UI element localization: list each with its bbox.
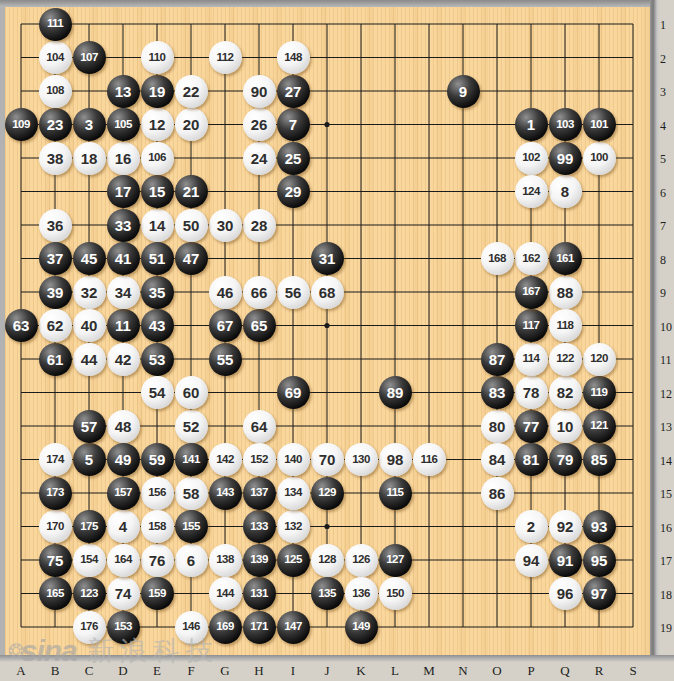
stone-O11[interactable]: 87 bbox=[481, 343, 514, 376]
stone-B15[interactable]: 173 bbox=[39, 477, 72, 510]
row-label-5: 5 bbox=[660, 152, 666, 167]
stone-H19[interactable]: 171 bbox=[243, 611, 276, 644]
stone-E5[interactable]: 106 bbox=[141, 142, 174, 175]
stone-B1[interactable]: 111 bbox=[39, 8, 72, 41]
window-chrome-right bbox=[650, 0, 674, 681]
stone-D17[interactable]: 164 bbox=[107, 544, 140, 577]
stone-R5[interactable]: 100 bbox=[583, 142, 616, 175]
col-label-G: G bbox=[220, 663, 229, 679]
stone-F3[interactable]: 22 bbox=[175, 75, 208, 108]
stone-Q17[interactable]: 91 bbox=[549, 544, 582, 577]
row-label-16: 16 bbox=[660, 520, 672, 535]
row-label-7: 7 bbox=[660, 219, 666, 234]
stone-J8[interactable]: 31 bbox=[311, 242, 344, 275]
stone-K17[interactable]: 126 bbox=[345, 544, 378, 577]
stone-G10[interactable]: 67 bbox=[209, 309, 242, 342]
stone-N3[interactable]: 9 bbox=[447, 75, 480, 108]
stone-P16[interactable]: 2 bbox=[515, 510, 548, 543]
stone-I12[interactable]: 69 bbox=[277, 376, 310, 409]
stone-O14[interactable]: 84 bbox=[481, 443, 514, 476]
stone-G17[interactable]: 138 bbox=[209, 544, 242, 577]
stone-E3[interactable]: 19 bbox=[141, 75, 174, 108]
row-label-8: 8 bbox=[660, 252, 666, 267]
stone-C10[interactable]: 40 bbox=[73, 309, 106, 342]
stone-G9[interactable]: 46 bbox=[209, 276, 242, 309]
stone-B17[interactable]: 75 bbox=[39, 544, 72, 577]
stone-L18[interactable]: 150 bbox=[379, 577, 412, 610]
stone-C11[interactable]: 44 bbox=[73, 343, 106, 376]
col-label-L: L bbox=[391, 663, 399, 679]
stone-I3[interactable]: 27 bbox=[277, 75, 310, 108]
stone-Q9[interactable]: 88 bbox=[549, 276, 582, 309]
stone-B8[interactable]: 37 bbox=[39, 242, 72, 275]
stone-B14[interactable]: 174 bbox=[39, 443, 72, 476]
stone-B5[interactable]: 38 bbox=[39, 142, 72, 175]
stone-H16[interactable]: 133 bbox=[243, 510, 276, 543]
stone-E11[interactable]: 53 bbox=[141, 343, 174, 376]
stone-B9[interactable]: 39 bbox=[39, 276, 72, 309]
stone-H13[interactable]: 64 bbox=[243, 410, 276, 443]
col-label-F: F bbox=[187, 663, 194, 679]
stone-H18[interactable]: 131 bbox=[243, 577, 276, 610]
stone-P13[interactable]: 77 bbox=[515, 410, 548, 443]
stone-C5[interactable]: 18 bbox=[73, 142, 106, 175]
row-label-17: 17 bbox=[660, 554, 672, 569]
stone-D5[interactable]: 16 bbox=[107, 142, 140, 175]
stone-R13[interactable]: 121 bbox=[583, 410, 616, 443]
stone-C9[interactable]: 32 bbox=[73, 276, 106, 309]
stone-E12[interactable]: 54 bbox=[141, 376, 174, 409]
stone-P4[interactable]: 1 bbox=[515, 108, 548, 141]
col-label-K: K bbox=[356, 663, 365, 679]
stone-Q8[interactable]: 161 bbox=[549, 242, 582, 275]
stone-R12[interactable]: 119 bbox=[583, 376, 616, 409]
stone-F16[interactable]: 155 bbox=[175, 510, 208, 543]
row-label-19: 19 bbox=[660, 621, 672, 636]
stone-F15[interactable]: 58 bbox=[175, 477, 208, 510]
stone-R18[interactable]: 97 bbox=[583, 577, 616, 610]
stone-Q4[interactable]: 103 bbox=[549, 108, 582, 141]
stone-P12[interactable]: 78 bbox=[515, 376, 548, 409]
row-label-11: 11 bbox=[660, 353, 672, 368]
stone-D15[interactable]: 157 bbox=[107, 477, 140, 510]
stone-Q11[interactable]: 122 bbox=[549, 343, 582, 376]
stone-F17[interactable]: 6 bbox=[175, 544, 208, 577]
stone-C2[interactable]: 107 bbox=[73, 41, 106, 74]
stone-C4[interactable]: 3 bbox=[73, 108, 106, 141]
stone-L15[interactable]: 115 bbox=[379, 477, 412, 510]
row-label-18: 18 bbox=[660, 587, 672, 602]
stone-D9[interactable]: 34 bbox=[107, 276, 140, 309]
stone-O15[interactable]: 86 bbox=[481, 477, 514, 510]
stone-P9[interactable]: 167 bbox=[515, 276, 548, 309]
col-label-H: H bbox=[254, 663, 263, 679]
go-diagram: 1234567891011121314151617181920212223242… bbox=[0, 0, 674, 681]
stone-C14[interactable]: 5 bbox=[73, 443, 106, 476]
stone-F14[interactable]: 141 bbox=[175, 443, 208, 476]
stone-H15[interactable]: 137 bbox=[243, 477, 276, 510]
stone-B7[interactable]: 36 bbox=[39, 209, 72, 242]
row-label-12: 12 bbox=[660, 386, 672, 401]
stone-L17[interactable]: 127 bbox=[379, 544, 412, 577]
stone-J14[interactable]: 70 bbox=[311, 443, 344, 476]
stone-D13[interactable]: 48 bbox=[107, 410, 140, 443]
stone-R17[interactable]: 95 bbox=[583, 544, 616, 577]
stone-E16[interactable]: 158 bbox=[141, 510, 174, 543]
stone-D18[interactable]: 74 bbox=[107, 577, 140, 610]
stone-H4[interactable]: 26 bbox=[243, 108, 276, 141]
stone-R11[interactable]: 120 bbox=[583, 343, 616, 376]
row-label-4: 4 bbox=[660, 118, 666, 133]
stone-G14[interactable]: 142 bbox=[209, 443, 242, 476]
stone-I17[interactable]: 125 bbox=[277, 544, 310, 577]
stone-H3[interactable]: 90 bbox=[243, 75, 276, 108]
stone-E2[interactable]: 110 bbox=[141, 41, 174, 74]
stone-Q18[interactable]: 96 bbox=[549, 577, 582, 610]
row-label-15: 15 bbox=[660, 487, 672, 502]
stone-C17[interactable]: 154 bbox=[73, 544, 106, 577]
stone-D11[interactable]: 42 bbox=[107, 343, 140, 376]
stone-Q6[interactable]: 8 bbox=[549, 175, 582, 208]
stone-M14[interactable]: 116 bbox=[413, 443, 446, 476]
stone-I15[interactable]: 134 bbox=[277, 477, 310, 510]
stone-H7[interactable]: 28 bbox=[243, 209, 276, 242]
stone-B11[interactable]: 61 bbox=[39, 343, 72, 376]
stone-D3[interactable]: 13 bbox=[107, 75, 140, 108]
stone-J17[interactable]: 128 bbox=[311, 544, 344, 577]
stone-Q12[interactable]: 82 bbox=[549, 376, 582, 409]
row-label-9: 9 bbox=[660, 286, 666, 301]
stone-P10[interactable]: 117 bbox=[515, 309, 548, 342]
stone-I16[interactable]: 132 bbox=[277, 510, 310, 543]
stone-D14[interactable]: 49 bbox=[107, 443, 140, 476]
stone-P8[interactable]: 162 bbox=[515, 242, 548, 275]
stone-O13[interactable]: 80 bbox=[481, 410, 514, 443]
go-board[interactable]: 1234567891011121314151617181920212223242… bbox=[5, 7, 650, 655]
stone-K19[interactable]: 149 bbox=[345, 611, 378, 644]
stone-I14[interactable]: 140 bbox=[277, 443, 310, 476]
stone-F19[interactable]: 146 bbox=[175, 611, 208, 644]
stone-E14[interactable]: 59 bbox=[141, 443, 174, 476]
stone-P17[interactable]: 94 bbox=[515, 544, 548, 577]
stone-E4[interactable]: 12 bbox=[141, 108, 174, 141]
row-label-10: 10 bbox=[660, 319, 672, 334]
col-label-E: E bbox=[153, 663, 161, 679]
stone-P6[interactable]: 124 bbox=[515, 175, 548, 208]
stone-O12[interactable]: 83 bbox=[481, 376, 514, 409]
stone-C19[interactable]: 176 bbox=[73, 611, 106, 644]
stone-K18[interactable]: 136 bbox=[345, 577, 378, 610]
stone-R4[interactable]: 101 bbox=[583, 108, 616, 141]
stone-Q14[interactable]: 79 bbox=[549, 443, 582, 476]
stone-R16[interactable]: 93 bbox=[583, 510, 616, 543]
stone-G7[interactable]: 30 bbox=[209, 209, 242, 242]
col-label-M: M bbox=[423, 663, 435, 679]
stone-D19[interactable]: 153 bbox=[107, 611, 140, 644]
stone-F13[interactable]: 52 bbox=[175, 410, 208, 443]
stone-Q10[interactable]: 118 bbox=[549, 309, 582, 342]
col-label-A: A bbox=[16, 663, 25, 679]
stone-F4[interactable]: 20 bbox=[175, 108, 208, 141]
stone-H10[interactable]: 65 bbox=[243, 309, 276, 342]
col-label-D: D bbox=[118, 663, 127, 679]
stone-E9[interactable]: 35 bbox=[141, 276, 174, 309]
stone-C16[interactable]: 175 bbox=[73, 510, 106, 543]
stone-D10[interactable]: 11 bbox=[107, 309, 140, 342]
stone-G19[interactable]: 169 bbox=[209, 611, 242, 644]
stone-J9[interactable]: 68 bbox=[311, 276, 344, 309]
stone-E18[interactable]: 159 bbox=[141, 577, 174, 610]
stone-C8[interactable]: 45 bbox=[73, 242, 106, 275]
col-label-C: C bbox=[85, 663, 94, 679]
stone-C18[interactable]: 123 bbox=[73, 577, 106, 610]
stone-L12[interactable]: 89 bbox=[379, 376, 412, 409]
col-label-S: S bbox=[629, 663, 636, 679]
stone-E10[interactable]: 43 bbox=[141, 309, 174, 342]
stone-G2[interactable]: 112 bbox=[209, 41, 242, 74]
stone-A10[interactable]: 63 bbox=[5, 309, 38, 342]
col-label-J: J bbox=[324, 663, 329, 679]
stone-B16[interactable]: 170 bbox=[39, 510, 72, 543]
col-label-P: P bbox=[527, 663, 534, 679]
stone-J15[interactable]: 129 bbox=[311, 477, 344, 510]
stone-P11[interactable]: 114 bbox=[515, 343, 548, 376]
stone-H5[interactable]: 24 bbox=[243, 142, 276, 175]
col-label-B: B bbox=[51, 663, 60, 679]
stone-F7[interactable]: 50 bbox=[175, 209, 208, 242]
row-label-1: 1 bbox=[660, 18, 666, 33]
stone-I19[interactable]: 147 bbox=[277, 611, 310, 644]
stone-H17[interactable]: 139 bbox=[243, 544, 276, 577]
stone-P5[interactable]: 102 bbox=[515, 142, 548, 175]
stone-E17[interactable]: 76 bbox=[141, 544, 174, 577]
row-label-14: 14 bbox=[660, 453, 672, 468]
stone-I5[interactable]: 25 bbox=[277, 142, 310, 175]
col-label-R: R bbox=[595, 663, 604, 679]
col-label-N: N bbox=[458, 663, 467, 679]
col-label-O: O bbox=[492, 663, 501, 679]
stone-F12[interactable]: 60 bbox=[175, 376, 208, 409]
stone-J18[interactable]: 135 bbox=[311, 577, 344, 610]
stone-E7[interactable]: 14 bbox=[141, 209, 174, 242]
col-label-I: I bbox=[291, 663, 295, 679]
stone-H9[interactable]: 66 bbox=[243, 276, 276, 309]
stone-F6[interactable]: 21 bbox=[175, 175, 208, 208]
stone-D16[interactable]: 4 bbox=[107, 510, 140, 543]
stone-G15[interactable]: 143 bbox=[209, 477, 242, 510]
stone-I2[interactable]: 148 bbox=[277, 41, 310, 74]
stone-E8[interactable]: 51 bbox=[141, 242, 174, 275]
row-label-6: 6 bbox=[660, 185, 666, 200]
stone-L14[interactable]: 98 bbox=[379, 443, 412, 476]
stone-B2[interactable]: 104 bbox=[39, 41, 72, 74]
stone-Q5[interactable]: 99 bbox=[549, 142, 582, 175]
stone-G18[interactable]: 144 bbox=[209, 577, 242, 610]
stone-C13[interactable]: 57 bbox=[73, 410, 106, 443]
stone-P14[interactable]: 81 bbox=[515, 443, 548, 476]
stone-B10[interactable]: 62 bbox=[39, 309, 72, 342]
window-chrome-bottom bbox=[0, 655, 674, 681]
stone-H14[interactable]: 152 bbox=[243, 443, 276, 476]
stone-B3[interactable]: 108 bbox=[39, 75, 72, 108]
stone-A4[interactable]: 109 bbox=[5, 108, 38, 141]
stone-K14[interactable]: 130 bbox=[345, 443, 378, 476]
stone-E6[interactable]: 15 bbox=[141, 175, 174, 208]
stone-G11[interactable]: 55 bbox=[209, 343, 242, 376]
row-label-13: 13 bbox=[660, 420, 672, 435]
stone-Q16[interactable]: 92 bbox=[549, 510, 582, 543]
col-label-Q: Q bbox=[560, 663, 569, 679]
stone-D6[interactable]: 17 bbox=[107, 175, 140, 208]
stone-B18[interactable]: 165 bbox=[39, 577, 72, 610]
row-label-2: 2 bbox=[660, 51, 666, 66]
stone-I9[interactable]: 56 bbox=[277, 276, 310, 309]
stone-E15[interactable]: 156 bbox=[141, 477, 174, 510]
stone-D4[interactable]: 105 bbox=[107, 108, 140, 141]
stone-B4[interactable]: 23 bbox=[39, 108, 72, 141]
window-chrome-top bbox=[0, 0, 674, 7]
stone-R14[interactable]: 85 bbox=[583, 443, 616, 476]
stone-I4[interactable]: 7 bbox=[277, 108, 310, 141]
row-label-3: 3 bbox=[660, 85, 666, 100]
stone-O8[interactable]: 168 bbox=[481, 242, 514, 275]
stone-I6[interactable]: 29 bbox=[277, 175, 310, 208]
stones-layer: 1234567891011121314151617181920212223242… bbox=[4, 7, 650, 644]
stone-D8[interactable]: 41 bbox=[107, 242, 140, 275]
stone-D7[interactable]: 33 bbox=[107, 209, 140, 242]
stone-Q13[interactable]: 10 bbox=[549, 410, 582, 443]
stone-F8[interactable]: 47 bbox=[175, 242, 208, 275]
